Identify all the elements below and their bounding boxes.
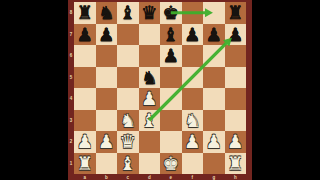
square-h4[interactable] <box>225 88 247 110</box>
square-e2[interactable] <box>160 131 182 153</box>
piece-black-knight[interactable]: ♞ <box>139 67 161 89</box>
square-c5[interactable] <box>117 67 139 89</box>
square-d4[interactable]: ♟ <box>139 88 161 110</box>
square-d7[interactable] <box>139 24 161 46</box>
square-a7[interactable]: ♟ <box>74 24 96 46</box>
square-e5[interactable] <box>160 67 182 89</box>
file-label-g: g <box>203 174 225 180</box>
square-c1[interactable]: ♝ <box>117 153 139 175</box>
square-e8[interactable]: ♚ <box>160 2 182 24</box>
square-a5[interactable] <box>74 67 96 89</box>
square-d6[interactable] <box>139 45 161 67</box>
square-g1[interactable] <box>203 153 225 175</box>
file-label-d: d <box>139 174 161 180</box>
board-squares: ♜♞♝♛♚♜♟♟♝♟♟♟♟♞♟♞♝♞♟♟♛♟♟♟♜♝♚♜ <box>74 2 246 174</box>
piece-white-pawn[interactable]: ♟ <box>225 131 247 153</box>
piece-white-knight[interactable]: ♞ <box>182 110 204 132</box>
square-d5[interactable]: ♞ <box>139 67 161 89</box>
square-c6[interactable] <box>117 45 139 67</box>
square-b1[interactable] <box>96 153 118 175</box>
piece-black-rook[interactable]: ♜ <box>225 2 247 24</box>
square-b4[interactable] <box>96 88 118 110</box>
square-b8[interactable]: ♞ <box>96 2 118 24</box>
square-h8[interactable]: ♜ <box>225 2 247 24</box>
square-b2[interactable]: ♟ <box>96 131 118 153</box>
piece-black-bishop[interactable]: ♝ <box>160 24 182 46</box>
square-b3[interactable] <box>96 110 118 132</box>
square-f8[interactable] <box>182 2 204 24</box>
square-c8[interactable]: ♝ <box>117 2 139 24</box>
square-e7[interactable]: ♝ <box>160 24 182 46</box>
square-b5[interactable] <box>96 67 118 89</box>
square-g5[interactable] <box>203 67 225 89</box>
square-f1[interactable] <box>182 153 204 175</box>
file-label-h: h <box>225 174 247 180</box>
square-e1[interactable]: ♚ <box>160 153 182 175</box>
square-d1[interactable] <box>139 153 161 175</box>
piece-white-pawn[interactable]: ♟ <box>182 131 204 153</box>
square-d8[interactable]: ♛ <box>139 2 161 24</box>
square-f6[interactable] <box>182 45 204 67</box>
square-g6[interactable] <box>203 45 225 67</box>
square-h1[interactable]: ♜ <box>225 153 247 175</box>
piece-white-king[interactable]: ♚ <box>160 153 182 175</box>
square-a4[interactable] <box>74 88 96 110</box>
piece-white-bishop[interactable]: ♝ <box>139 110 161 132</box>
square-d3[interactable]: ♝ <box>139 110 161 132</box>
square-f3[interactable]: ♞ <box>182 110 204 132</box>
square-e6[interactable]: ♟ <box>160 45 182 67</box>
piece-white-queen[interactable]: ♛ <box>117 131 139 153</box>
square-g8[interactable] <box>203 2 225 24</box>
square-g4[interactable] <box>203 88 225 110</box>
square-a1[interactable]: ♜ <box>74 153 96 175</box>
square-c4[interactable] <box>117 88 139 110</box>
piece-white-rook[interactable]: ♜ <box>225 153 247 175</box>
chess-board[interactable]: ♜♞♝♛♚♜♟♟♝♟♟♟♟♞♟♞♝♞♟♟♛♟♟♟♜♝♚♜87654321abcd… <box>68 0 252 180</box>
piece-black-pawn[interactable]: ♟ <box>160 45 182 67</box>
file-label-a: a <box>74 174 96 180</box>
square-f7[interactable]: ♟ <box>182 24 204 46</box>
app-background: { "game": "chess", "position": { "fen": … <box>0 0 320 180</box>
square-e3[interactable] <box>160 110 182 132</box>
square-g3[interactable] <box>203 110 225 132</box>
file-label-b: b <box>96 174 118 180</box>
square-f4[interactable] <box>182 88 204 110</box>
piece-black-knight[interactable]: ♞ <box>96 2 118 24</box>
piece-black-pawn[interactable]: ♟ <box>225 24 247 46</box>
piece-black-pawn[interactable]: ♟ <box>96 24 118 46</box>
square-c2[interactable]: ♛ <box>117 131 139 153</box>
square-b7[interactable]: ♟ <box>96 24 118 46</box>
square-a6[interactable] <box>74 45 96 67</box>
piece-black-pawn[interactable]: ♟ <box>203 24 225 46</box>
piece-black-king[interactable]: ♚ <box>160 2 182 24</box>
piece-black-pawn[interactable]: ♟ <box>182 24 204 46</box>
square-a8[interactable]: ♜ <box>74 2 96 24</box>
piece-black-bishop[interactable]: ♝ <box>117 2 139 24</box>
square-h2[interactable]: ♟ <box>225 131 247 153</box>
piece-black-pawn[interactable]: ♟ <box>74 24 96 46</box>
square-e4[interactable] <box>160 88 182 110</box>
piece-white-rook[interactable]: ♜ <box>74 153 96 175</box>
piece-white-pawn[interactable]: ♟ <box>139 88 161 110</box>
square-c7[interactable] <box>117 24 139 46</box>
square-h7[interactable]: ♟ <box>225 24 247 46</box>
file-label-e: e <box>160 174 182 180</box>
square-h6[interactable] <box>225 45 247 67</box>
square-a3[interactable] <box>74 110 96 132</box>
piece-black-rook[interactable]: ♜ <box>74 2 96 24</box>
piece-white-knight[interactable]: ♞ <box>117 110 139 132</box>
square-a2[interactable]: ♟ <box>74 131 96 153</box>
piece-white-bishop[interactable]: ♝ <box>117 153 139 175</box>
piece-white-pawn[interactable]: ♟ <box>74 131 96 153</box>
square-d2[interactable] <box>139 131 161 153</box>
piece-white-pawn[interactable]: ♟ <box>203 131 225 153</box>
square-h3[interactable] <box>225 110 247 132</box>
square-b6[interactable] <box>96 45 118 67</box>
square-f2[interactable]: ♟ <box>182 131 204 153</box>
piece-black-queen[interactable]: ♛ <box>139 2 161 24</box>
square-c3[interactable]: ♞ <box>117 110 139 132</box>
piece-white-pawn[interactable]: ♟ <box>96 131 118 153</box>
file-label-c: c <box>117 174 139 180</box>
square-h5[interactable] <box>225 67 247 89</box>
file-label-f: f <box>182 174 204 180</box>
square-g7[interactable]: ♟ <box>203 24 225 46</box>
square-g2[interactable]: ♟ <box>203 131 225 153</box>
square-f5[interactable] <box>182 67 204 89</box>
